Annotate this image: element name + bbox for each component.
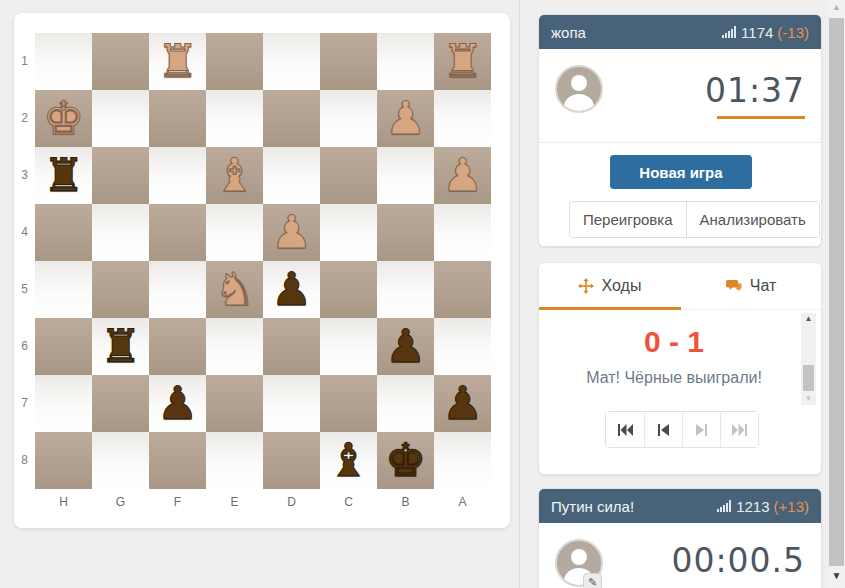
square-b5[interactable]: [377, 261, 434, 318]
black-pawn-b6[interactable]: ♟: [377, 318, 434, 375]
square-d3[interactable]: [263, 147, 320, 204]
rematch-button[interactable]: Переигровка: [570, 202, 686, 237]
square-b2[interactable]: ♟: [377, 90, 434, 147]
square-d2[interactable]: [263, 90, 320, 147]
square-g7[interactable]: [92, 375, 149, 432]
square-e6[interactable]: [206, 318, 263, 375]
rank-label-2: 2: [14, 90, 35, 147]
square-b3[interactable]: [377, 147, 434, 204]
square-d8[interactable]: [263, 432, 320, 489]
game-result-message: Мат! Чёрные выиграли!: [539, 369, 809, 387]
square-d5[interactable]: ♟: [263, 261, 320, 318]
game-actions-group: Переигровка Анализировать: [569, 201, 820, 238]
page-scrollbar[interactable]: ▲ ▼: [828, 0, 845, 588]
tab-moves-label: Ходы: [602, 277, 642, 295]
square-h7[interactable]: [35, 375, 92, 432]
square-f6[interactable]: [149, 318, 206, 375]
square-a1[interactable]: ♜: [434, 33, 491, 90]
square-h3[interactable]: ♜: [35, 147, 92, 204]
moves-panel: Ходы Чат ▲ ▼ 0 - 1 Мат! Чёрные выиграли!: [538, 262, 822, 475]
opponent-clock: 01:37: [705, 71, 805, 110]
opponent-header: жопа 1174 (-13): [539, 15, 821, 49]
square-d1[interactable]: [263, 33, 320, 90]
clock-accent-underline: [717, 116, 805, 119]
rank-label-3: 3: [14, 147, 35, 204]
square-c4[interactable]: [320, 204, 377, 261]
opponent-avatar: [555, 65, 603, 113]
black-rook-h3[interactable]: ♜: [35, 147, 92, 204]
game-result-score: 0 - 1: [539, 325, 809, 359]
scrollbar-thumb[interactable]: [829, 18, 844, 566]
square-f8[interactable]: [149, 432, 206, 489]
white-pawn-d4[interactable]: ♟: [263, 204, 320, 261]
square-h4[interactable]: [35, 204, 92, 261]
square-d6[interactable]: [263, 318, 320, 375]
square-c6[interactable]: [320, 318, 377, 375]
square-e1[interactable]: [206, 33, 263, 90]
file-label-c: C: [320, 495, 377, 509]
black-pawn-d5[interactable]: ♟: [263, 261, 320, 318]
file-labels: HGFEDCBA: [35, 495, 491, 509]
player-rating-delta: (+13): [774, 498, 809, 515]
signal-bars-icon: [722, 26, 737, 38]
square-c5[interactable]: [320, 261, 377, 318]
square-b1[interactable]: [377, 33, 434, 90]
panel-tabs: Ходы Чат: [539, 263, 821, 310]
square-h2[interactable]: ♚: [35, 90, 92, 147]
square-e8[interactable]: [206, 432, 263, 489]
last-move-button[interactable]: [720, 412, 758, 447]
black-rook-g6[interactable]: ♜: [92, 318, 149, 375]
scroll-up-icon[interactable]: ▲: [801, 313, 816, 325]
player-rating-value: 1213: [736, 498, 769, 515]
chess-board-card: 12345678 ♜♜♚♟♜♝♟♟♞♟♜♟♟♟♝♚ HGFEDCBA: [14, 13, 510, 528]
square-f5[interactable]: [149, 261, 206, 318]
square-a7[interactable]: ♟: [434, 375, 491, 432]
square-g6[interactable]: ♜: [92, 318, 149, 375]
opponent-rating: 1174 (-13): [722, 24, 809, 41]
square-h1[interactable]: [35, 33, 92, 90]
file-label-g: G: [92, 495, 149, 509]
square-f7[interactable]: ♟: [149, 375, 206, 432]
square-f1[interactable]: ♜: [149, 33, 206, 90]
tab-moves[interactable]: Ходы: [539, 263, 680, 309]
square-c3[interactable]: [320, 147, 377, 204]
file-label-f: F: [149, 495, 206, 509]
new-game-button[interactable]: Новая игра: [610, 155, 752, 189]
file-label-e: E: [206, 495, 263, 509]
rank-label-7: 7: [14, 375, 35, 432]
pencil-icon: ✎: [588, 576, 597, 588]
white-king-h2[interactable]: ♚: [35, 90, 92, 147]
next-move-button[interactable]: [682, 412, 720, 447]
square-a8[interactable]: [434, 432, 491, 489]
square-a6[interactable]: [434, 318, 491, 375]
white-rook-a1[interactable]: ♜: [434, 33, 491, 90]
white-pawn-b2[interactable]: ♟: [377, 90, 434, 147]
square-c8[interactable]: ♝: [320, 432, 377, 489]
player-name: Путин сила!: [551, 498, 717, 515]
tab-chat[interactable]: Чат: [680, 263, 821, 309]
square-h8[interactable]: [35, 432, 92, 489]
square-g2[interactable]: [92, 90, 149, 147]
tab-chat-label: Чат: [750, 277, 777, 295]
file-label-a: A: [434, 495, 491, 509]
square-g8[interactable]: [92, 432, 149, 489]
square-c2[interactable]: [320, 90, 377, 147]
white-knight-e5[interactable]: ♞: [206, 261, 263, 318]
rank-label-5: 5: [14, 261, 35, 318]
white-pawn-a3[interactable]: ♟: [434, 147, 491, 204]
square-e3[interactable]: ♝: [206, 147, 263, 204]
file-label-d: D: [263, 495, 320, 509]
square-g3[interactable]: [92, 147, 149, 204]
square-d7[interactable]: [263, 375, 320, 432]
opponent-panel: жопа 1174 (-13) 01:37 Новая игра Переигр…: [538, 14, 822, 247]
file-label-h: H: [35, 495, 92, 509]
square-b6[interactable]: ♟: [377, 318, 434, 375]
player-clock: 00:00.5: [671, 541, 805, 580]
black-pawn-f7[interactable]: ♟: [149, 375, 206, 432]
square-b8[interactable]: ♚: [377, 432, 434, 489]
square-f3[interactable]: [149, 147, 206, 204]
black-king-b8[interactable]: ♚: [377, 432, 434, 489]
scroll-down-icon[interactable]: ▼: [828, 570, 845, 581]
square-c7[interactable]: [320, 375, 377, 432]
section-divider: [539, 142, 821, 143]
first-move-button[interactable]: [606, 412, 644, 447]
rank-label-1: 1: [14, 33, 35, 90]
opponent-rating-delta: (-13): [777, 24, 809, 41]
square-g4[interactable]: [92, 204, 149, 261]
chat-bubbles-icon: [725, 279, 742, 293]
rank-label-6: 6: [14, 318, 35, 375]
square-h5[interactable]: [35, 261, 92, 318]
active-tab-indicator: [539, 307, 681, 310]
square-e7[interactable]: [206, 375, 263, 432]
scroll-up-icon[interactable]: ▲: [828, 2, 845, 12]
square-g1[interactable]: [92, 33, 149, 90]
square-a5[interactable]: [434, 261, 491, 318]
black-pawn-a7[interactable]: ♟: [434, 375, 491, 432]
white-bishop-e3[interactable]: ♝: [206, 147, 263, 204]
square-g5[interactable]: [92, 261, 149, 318]
opponent-rating-value: 1174: [741, 24, 773, 41]
square-d4[interactable]: ♟: [263, 204, 320, 261]
square-e2[interactable]: [206, 90, 263, 147]
avatar-person-icon: [571, 549, 587, 565]
square-a2[interactable]: [434, 90, 491, 147]
vertical-divider: [519, 0, 520, 588]
black-bishop-c8[interactable]: ♝: [320, 432, 377, 489]
player-header: Путин сила! 1213 (+13): [539, 489, 821, 523]
rank-label-8: 8: [14, 432, 35, 489]
square-a3[interactable]: ♟: [434, 147, 491, 204]
scroll-down-icon[interactable]: ▼: [801, 393, 816, 405]
analyze-button[interactable]: Анализировать: [686, 202, 819, 237]
square-e4[interactable]: [206, 204, 263, 261]
opponent-name: жопа: [551, 24, 722, 41]
square-b4[interactable]: [377, 204, 434, 261]
square-a4[interactable]: [434, 204, 491, 261]
square-f2[interactable]: [149, 90, 206, 147]
previous-move-button[interactable]: [644, 412, 682, 447]
player-rating: 1213 (+13): [717, 498, 809, 515]
square-e5[interactable]: ♞: [206, 261, 263, 318]
square-c1[interactable]: [320, 33, 377, 90]
rank-labels: 12345678: [14, 33, 35, 489]
signal-bars-icon: [717, 500, 732, 512]
rank-label-4: 4: [14, 204, 35, 261]
square-h6[interactable]: [35, 318, 92, 375]
edit-avatar-button[interactable]: ✎: [583, 573, 602, 588]
chess-board[interactable]: ♜♜♚♟♜♝♟♟♞♟♜♟♟♟♝♚: [35, 33, 491, 489]
white-rook-f1[interactable]: ♜: [149, 33, 206, 90]
move-arrows-icon: [578, 278, 594, 294]
player-panel: Путин сила! 1213 (+13) ✎ 00:00.5: [538, 488, 822, 588]
avatar-person-icon: [571, 75, 587, 91]
file-label-b: B: [377, 495, 434, 509]
square-f4[interactable]: [149, 204, 206, 261]
avatar-person-icon: [564, 94, 594, 113]
square-b7[interactable]: [377, 375, 434, 432]
move-navigation: [605, 411, 759, 448]
